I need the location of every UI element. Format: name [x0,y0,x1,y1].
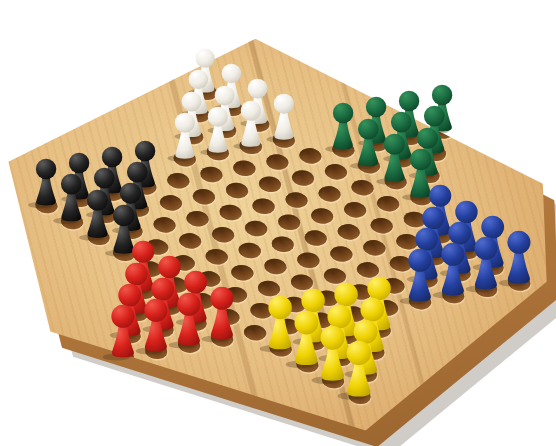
peg-red[interactable] [206,286,238,343]
peg-blue[interactable] [470,236,502,293]
peg-yellow[interactable] [342,340,376,400]
peg-green[interactable] [354,118,383,170]
peg-green[interactable] [380,133,409,185]
peg-blue[interactable] [503,230,535,287]
peg-white[interactable] [270,93,298,143]
peg-red[interactable] [140,298,172,355]
peg-blue[interactable] [404,248,436,305]
peg-black[interactable] [83,189,112,241]
peg-white[interactable] [171,112,199,162]
peg-white[interactable] [204,106,232,156]
peg-black[interactable] [57,173,86,225]
peg-blue[interactable] [437,242,469,299]
pegs-layer [0,0,556,446]
peg-red[interactable] [107,304,139,361]
peg-black[interactable] [32,158,60,209]
chinese-checkers-scene [0,0,556,446]
peg-green[interactable] [329,102,357,153]
peg-white[interactable] [237,100,265,150]
peg-red[interactable] [173,292,205,349]
